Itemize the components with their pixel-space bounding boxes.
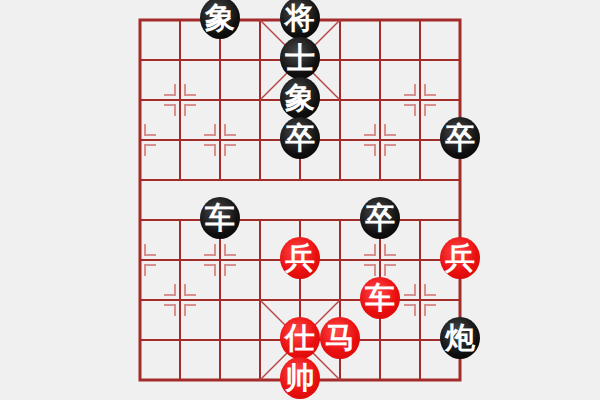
piece-red-advisor[interactable]: 仕 [280, 317, 320, 359]
intersection-4-0: 将 [280, 0, 320, 38]
piece-red-soldier[interactable]: 兵 [280, 237, 320, 279]
piece-red-chariot[interactable]: 车 [360, 277, 400, 319]
intersection-4-2: 象 [280, 78, 320, 118]
piece-black-elephant[interactable]: 象 [280, 77, 320, 119]
piece-red-general[interactable]: 帅 [280, 357, 320, 399]
piece-black-elephant[interactable]: 象 [200, 0, 240, 39]
intersection-5-8: 马 [320, 318, 360, 358]
intersection-8-6: 兵 [440, 238, 480, 278]
piece-red-horse[interactable]: 马 [320, 317, 360, 359]
piece-red-soldier[interactable]: 兵 [440, 237, 480, 279]
intersection-4-1: 士 [280, 38, 320, 78]
intersection-8-8: 炮 [440, 318, 480, 358]
piece-black-soldier[interactable]: 卒 [280, 117, 320, 159]
intersection-4-6: 兵 [280, 238, 320, 278]
piece-black-advisor[interactable]: 士 [280, 37, 320, 79]
intersection-6-7: 车 [360, 278, 400, 318]
piece-black-soldier[interactable]: 卒 [440, 117, 480, 159]
xiangqi-board[interactable]: 象将士象卒卒车卒兵兵车仕马炮帅 [0, 0, 600, 400]
intersection-2-5: 车 [200, 198, 240, 238]
intersection-4-3: 卒 [280, 118, 320, 158]
piece-black-soldier[interactable]: 卒 [360, 197, 400, 239]
intersection-8-3: 卒 [440, 118, 480, 158]
piece-black-cannon[interactable]: 炮 [440, 317, 480, 359]
pieces-layer: 象将士象卒卒车卒兵兵车仕马炮帅 [120, 0, 480, 400]
intersection-4-9: 帅 [280, 358, 320, 398]
intersection-4-8: 仕 [280, 318, 320, 358]
intersection-2-0: 象 [200, 0, 240, 38]
piece-black-general[interactable]: 将 [280, 0, 320, 39]
intersection-6-5: 卒 [360, 198, 400, 238]
piece-black-chariot[interactable]: 车 [200, 197, 240, 239]
